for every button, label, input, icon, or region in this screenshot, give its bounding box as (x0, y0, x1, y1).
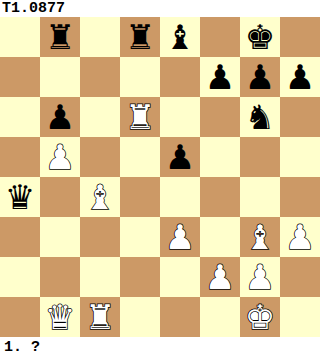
square-a1[interactable] (0, 297, 40, 337)
square-g4[interactable] (240, 177, 280, 217)
square-c1[interactable]: ♜ (80, 297, 120, 337)
square-b2[interactable] (40, 257, 80, 297)
square-f6[interactable] (200, 97, 240, 137)
square-g8[interactable]: ♚ (240, 17, 280, 57)
square-a5[interactable] (0, 137, 40, 177)
piece-black-queen[interactable]: ♛ (5, 177, 35, 217)
square-b1[interactable]: ♛ (40, 297, 80, 337)
chess-puzzle-page: T1.0877 ♜♜♝♚♟♟♟♟♜♞♟♟♛♝♟♝♟♟♟♛♜♚ 1. ? (0, 0, 320, 360)
square-f4[interactable] (200, 177, 240, 217)
square-e5[interactable]: ♟ (160, 137, 200, 177)
square-a8[interactable] (0, 17, 40, 57)
square-g3[interactable]: ♝ (240, 217, 280, 257)
piece-white-pawn[interactable]: ♟ (205, 257, 235, 297)
square-e4[interactable] (160, 177, 200, 217)
piece-black-knight[interactable]: ♞ (245, 97, 275, 137)
piece-white-bishop[interactable]: ♝ (85, 177, 115, 217)
square-d6[interactable]: ♜ (120, 97, 160, 137)
piece-black-pawn[interactable]: ♟ (45, 97, 75, 137)
square-g5[interactable] (240, 137, 280, 177)
square-b7[interactable] (40, 57, 80, 97)
square-d3[interactable] (120, 217, 160, 257)
square-c8[interactable] (80, 17, 120, 57)
piece-black-pawn[interactable]: ♟ (245, 57, 275, 97)
square-c2[interactable] (80, 257, 120, 297)
square-g7[interactable]: ♟ (240, 57, 280, 97)
square-b8[interactable]: ♜ (40, 17, 80, 57)
piece-black-rook[interactable]: ♜ (45, 17, 75, 57)
square-f2[interactable]: ♟ (200, 257, 240, 297)
chess-board: ♜♜♝♚♟♟♟♟♜♞♟♟♛♝♟♝♟♟♟♛♜♚ (0, 17, 320, 337)
square-f8[interactable] (200, 17, 240, 57)
square-b5[interactable]: ♟ (40, 137, 80, 177)
square-g6[interactable]: ♞ (240, 97, 280, 137)
square-h5[interactable] (280, 137, 320, 177)
square-d4[interactable] (120, 177, 160, 217)
square-e1[interactable] (160, 297, 200, 337)
puzzle-id: T1.0877 (0, 0, 320, 17)
square-d2[interactable] (120, 257, 160, 297)
square-c3[interactable] (80, 217, 120, 257)
square-e6[interactable] (160, 97, 200, 137)
piece-white-pawn[interactable]: ♟ (45, 137, 75, 177)
square-h6[interactable] (280, 97, 320, 137)
piece-black-bishop[interactable]: ♝ (165, 17, 195, 57)
piece-white-pawn[interactable]: ♟ (285, 217, 315, 257)
square-d1[interactable] (120, 297, 160, 337)
piece-black-pawn[interactable]: ♟ (205, 57, 235, 97)
square-e2[interactable] (160, 257, 200, 297)
square-h3[interactable]: ♟ (280, 217, 320, 257)
square-h2[interactable] (280, 257, 320, 297)
square-d8[interactable]: ♜ (120, 17, 160, 57)
square-c4[interactable]: ♝ (80, 177, 120, 217)
square-b3[interactable] (40, 217, 80, 257)
square-f5[interactable] (200, 137, 240, 177)
piece-white-king[interactable]: ♚ (245, 297, 275, 337)
piece-black-pawn[interactable]: ♟ (165, 137, 195, 177)
piece-black-rook[interactable]: ♜ (125, 17, 155, 57)
move-prompt: 1. ? (0, 337, 320, 360)
piece-white-queen[interactable]: ♛ (45, 297, 75, 337)
square-a3[interactable] (0, 217, 40, 257)
piece-white-pawn[interactable]: ♟ (165, 217, 195, 257)
square-c6[interactable] (80, 97, 120, 137)
square-e8[interactable]: ♝ (160, 17, 200, 57)
square-h7[interactable]: ♟ (280, 57, 320, 97)
square-f1[interactable] (200, 297, 240, 337)
square-e7[interactable] (160, 57, 200, 97)
square-g2[interactable]: ♟ (240, 257, 280, 297)
piece-white-pawn[interactable]: ♟ (245, 257, 275, 297)
square-f7[interactable]: ♟ (200, 57, 240, 97)
square-g1[interactable]: ♚ (240, 297, 280, 337)
square-c5[interactable] (80, 137, 120, 177)
piece-white-bishop[interactable]: ♝ (245, 217, 275, 257)
square-b4[interactable] (40, 177, 80, 217)
square-d7[interactable] (120, 57, 160, 97)
square-b6[interactable]: ♟ (40, 97, 80, 137)
square-d5[interactable] (120, 137, 160, 177)
square-f3[interactable] (200, 217, 240, 257)
piece-black-pawn[interactable]: ♟ (285, 57, 315, 97)
square-a7[interactable] (0, 57, 40, 97)
square-h4[interactable] (280, 177, 320, 217)
square-h1[interactable] (280, 297, 320, 337)
square-h8[interactable] (280, 17, 320, 57)
square-c7[interactable] (80, 57, 120, 97)
piece-white-rook[interactable]: ♜ (85, 297, 115, 337)
square-a6[interactable] (0, 97, 40, 137)
square-a2[interactable] (0, 257, 40, 297)
piece-black-king[interactable]: ♚ (245, 17, 275, 57)
piece-white-rook[interactable]: ♜ (125, 97, 155, 137)
square-a4[interactable]: ♛ (0, 177, 40, 217)
square-e3[interactable]: ♟ (160, 217, 200, 257)
